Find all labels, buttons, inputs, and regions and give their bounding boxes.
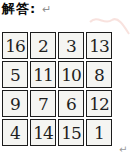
- answer-page: 解答: ↵ 16231351110897612414151 ↵: [0, 0, 130, 158]
- grid-cell-r4c4: 1: [86, 119, 112, 146]
- answer-heading: 解答: ↵: [2, 1, 51, 17]
- grid-cell-r4c1: 4: [2, 119, 28, 146]
- grid-cell-r2c4: 8: [86, 61, 112, 88]
- grid-cell-r2c2: 11: [30, 61, 56, 88]
- grid-cell-r3c4: 12: [86, 90, 112, 117]
- grid-cell-r4c3: 15: [58, 119, 84, 146]
- grid-cell-r3c1: 9: [2, 90, 28, 117]
- grid-cell-r3c2: 7: [30, 90, 56, 117]
- grid-cell-r2c1: 5: [2, 61, 28, 88]
- grid-cell-r1c4: 13: [86, 32, 112, 59]
- grid-cell-r1c3: 3: [58, 32, 84, 59]
- magic-square-board: 16231351110897612414151: [2, 32, 112, 146]
- grid-cell-r2c3: 10: [58, 61, 84, 88]
- answer-label: 解答:: [2, 1, 36, 17]
- grid-cell-r3c3: 6: [58, 90, 84, 117]
- grid-cell-r1c2: 2: [30, 32, 56, 59]
- grid-cell-r1c1: 16: [2, 32, 28, 59]
- paragraph-return-icon: ↵: [119, 144, 127, 155]
- paragraph-return-icon: ↵: [42, 3, 51, 17]
- grid-cell-r4c2: 14: [30, 119, 56, 146]
